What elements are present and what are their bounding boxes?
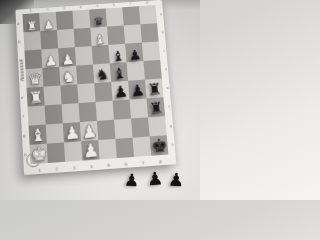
coord-label: 8 — [146, 1, 148, 5]
square-h5 — [98, 139, 117, 160]
square-b1 — [23, 31, 41, 50]
square-h4: ♟ — [81, 140, 100, 161]
square-d3: ♞ — [59, 66, 77, 86]
chessboard-scene: 12345678 12345678 abcdefgh abcdefgh ✦ ♜♟… — [15, 0, 176, 175]
square-f5 — [96, 101, 114, 121]
square-e3 — [60, 84, 78, 104]
white-king-h1: ♚ — [30, 144, 48, 164]
square-b7 — [124, 24, 142, 43]
square-h8: ♚ — [150, 135, 169, 155]
square-f6 — [113, 100, 131, 120]
white-knight-d3: ♞ — [61, 69, 76, 85]
coord-label: f — [22, 114, 25, 119]
square-g4: ♟ — [80, 121, 98, 141]
coord-label: 6 — [113, 3, 115, 7]
square-b8 — [140, 23, 158, 42]
coord-label: 2 — [55, 166, 58, 171]
coord-label: 1 — [38, 168, 41, 173]
white-bishop-g1: ♝ — [29, 126, 46, 145]
coord-label: 1 — [29, 9, 31, 13]
black-bishop-d6: ♝ — [112, 66, 127, 82]
square-a3 — [56, 11, 74, 30]
square-b4 — [74, 28, 92, 47]
coord-label: g — [23, 133, 26, 138]
coord-label: 2 — [46, 8, 48, 12]
coord-label: 4 — [90, 164, 93, 169]
square-e7: ♟ — [128, 80, 146, 100]
chessboard-grid: ♜♟♛♝♟♟♝♟♛♞♞♝♜♟♟♜♜♝♟♟♚♟♚ — [22, 5, 168, 164]
black-king-h8: ♚ — [150, 136, 168, 156]
coord-label: 3 — [63, 6, 65, 10]
square-d1: ♛ — [25, 68, 43, 88]
coord-label: 5 — [107, 163, 110, 168]
coord-label: b — [18, 39, 21, 44]
square-g3: ♟ — [63, 122, 81, 142]
square-a1: ♜ — [22, 13, 40, 32]
square-c2: ♟ — [41, 48, 59, 68]
black-pawn-e6: ♟ — [112, 84, 128, 101]
coord-label: d — [165, 67, 168, 71]
white-rook-a1: ♜ — [26, 20, 38, 33]
coord-label: f — [168, 104, 171, 108]
square-a8 — [139, 5, 157, 24]
square-e1: ♜ — [27, 87, 45, 107]
black-queen-a5: ♛ — [92, 15, 104, 28]
coord-label: a — [160, 12, 163, 16]
coord-label: 7 — [129, 2, 131, 6]
white-bishop-b5: ♝ — [93, 32, 106, 46]
square-c6: ♝ — [108, 44, 126, 64]
white-pawn-a2: ♟ — [42, 19, 54, 32]
coord-label: e — [21, 95, 24, 100]
square-f3 — [62, 103, 80, 123]
square-a7 — [122, 6, 140, 25]
square-f2 — [45, 104, 63, 124]
black-knight-d5: ♞ — [95, 67, 110, 83]
square-d8 — [143, 60, 161, 80]
black-rook-e8: ♜ — [146, 81, 162, 98]
photo-background: 12345678 12345678 abcdefgh abcdefgh ✦ ♜♟… — [0, 0, 200, 200]
coord-label: 3 — [73, 165, 76, 170]
square-f8: ♜ — [146, 97, 165, 117]
white-pawn-g4: ♟ — [81, 123, 98, 142]
white-pawn-g3: ♟ — [63, 124, 80, 143]
black-bishop-c6: ♝ — [111, 49, 125, 64]
square-g5 — [97, 120, 115, 140]
coord-label: e — [166, 85, 169, 89]
square-b6 — [107, 25, 125, 44]
black-rook-f8: ♜ — [148, 100, 164, 117]
white-pawn-c3: ♟ — [60, 52, 74, 67]
coord-label: 7 — [142, 160, 145, 165]
square-g2 — [46, 123, 64, 143]
coord-label: 4 — [79, 5, 81, 9]
square-e2 — [43, 85, 61, 105]
square-c7: ♟ — [125, 43, 143, 63]
square-c1 — [24, 49, 42, 69]
square-d4 — [76, 64, 94, 84]
square-e4 — [77, 83, 95, 103]
coord-label: a — [17, 21, 20, 26]
black-pawn-c7: ♟ — [127, 47, 141, 62]
square-c8 — [142, 41, 160, 61]
square-d6: ♝ — [110, 62, 128, 82]
coord-label: 8 — [159, 159, 162, 164]
square-a2: ♟ — [39, 12, 57, 31]
white-pawn-c2: ♟ — [44, 53, 58, 68]
captured-black-pawn: ♟ — [168, 171, 185, 190]
coord-label: c — [163, 48, 166, 52]
square-d5: ♞ — [93, 63, 111, 83]
square-f4 — [79, 102, 97, 122]
square-b2 — [40, 30, 58, 49]
white-rook-e1: ♜ — [28, 89, 44, 106]
square-a5: ♛ — [89, 8, 107, 27]
white-queen-d1: ♛ — [27, 72, 42, 88]
coord-label: h — [171, 142, 174, 146]
captured-black-pawn: ♟ — [124, 172, 140, 190]
square-e5 — [94, 82, 112, 102]
square-d2 — [42, 67, 60, 87]
captured-black-pawn: ♟ — [146, 169, 163, 188]
square-b3 — [57, 29, 75, 48]
square-g7 — [131, 117, 150, 137]
board-border: 12345678 12345678 abcdefgh abcdefgh ✦ ♜♟… — [15, 0, 176, 175]
coord-label: 6 — [124, 162, 127, 167]
square-e8: ♜ — [145, 78, 164, 98]
square-h1: ♚ — [30, 144, 48, 165]
square-f1 — [28, 105, 46, 125]
square-g1: ♝ — [29, 124, 47, 144]
coord-label: b — [161, 30, 164, 34]
square-e6: ♟ — [111, 81, 129, 101]
square-f7 — [130, 98, 149, 118]
square-c3: ♟ — [58, 47, 76, 67]
square-h2 — [47, 142, 65, 163]
black-pawn-e7: ♟ — [129, 82, 145, 99]
square-c5 — [92, 45, 110, 65]
square-h7 — [133, 136, 152, 156]
square-g6 — [114, 119, 133, 139]
square-g8 — [148, 116, 167, 136]
square-h3 — [64, 141, 82, 162]
coord-label: g — [170, 123, 173, 127]
square-h6 — [115, 138, 134, 159]
square-c4 — [75, 46, 93, 66]
square-b5: ♝ — [90, 27, 108, 46]
coord-label: 5 — [96, 4, 98, 8]
square-a6 — [106, 7, 124, 26]
square-d7 — [127, 61, 145, 81]
board-brand-mark — [20, 60, 24, 82]
square-a4 — [72, 10, 90, 29]
white-pawn-h4: ♟ — [81, 141, 99, 161]
